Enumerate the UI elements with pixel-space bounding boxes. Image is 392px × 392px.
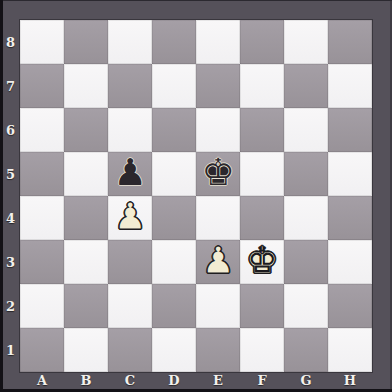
file-label-g: G	[284, 372, 328, 389]
square-h6[interactable]	[328, 108, 372, 152]
square-c1[interactable]	[108, 328, 152, 372]
white-king-f3[interactable]: ♚	[245, 239, 278, 283]
square-b4[interactable]	[64, 196, 108, 240]
square-e4[interactable]	[196, 196, 240, 240]
square-a1[interactable]	[20, 328, 64, 372]
square-c4[interactable]: ♟	[108, 196, 152, 240]
chess-diagram: ♟♚♟♟♚ 87654321 ABCDEFGH	[0, 0, 392, 392]
file-label-f: F	[240, 372, 284, 389]
square-f2[interactable]	[240, 284, 284, 328]
file-label-h: H	[328, 372, 372, 389]
rank-label-7: 7	[3, 64, 18, 108]
square-a8[interactable]	[20, 20, 64, 64]
square-g4[interactable]	[284, 196, 328, 240]
file-label-e: E	[196, 372, 240, 389]
square-g5[interactable]	[284, 152, 328, 196]
square-g2[interactable]	[284, 284, 328, 328]
square-h2[interactable]	[328, 284, 372, 328]
square-g1[interactable]	[284, 328, 328, 372]
black-pawn-c5[interactable]: ♟	[113, 151, 146, 195]
square-h4[interactable]	[328, 196, 372, 240]
square-e3[interactable]: ♟	[196, 240, 240, 284]
square-g3[interactable]	[284, 240, 328, 284]
square-a2[interactable]	[20, 284, 64, 328]
square-f7[interactable]	[240, 64, 284, 108]
chess-board: ♟♚♟♟♚	[20, 20, 372, 372]
square-f5[interactable]	[240, 152, 284, 196]
white-pawn-e3[interactable]: ♟	[201, 239, 234, 283]
square-g6[interactable]	[284, 108, 328, 152]
file-label-a: A	[20, 372, 64, 389]
square-f6[interactable]	[240, 108, 284, 152]
square-c8[interactable]	[108, 20, 152, 64]
square-d1[interactable]	[152, 328, 196, 372]
square-d5[interactable]	[152, 152, 196, 196]
square-h7[interactable]	[328, 64, 372, 108]
square-g8[interactable]	[284, 20, 328, 64]
rank-label-2: 2	[3, 284, 18, 328]
square-c2[interactable]	[108, 284, 152, 328]
square-h8[interactable]	[328, 20, 372, 64]
square-e1[interactable]	[196, 328, 240, 372]
square-a6[interactable]	[20, 108, 64, 152]
square-a5[interactable]	[20, 152, 64, 196]
square-e6[interactable]	[196, 108, 240, 152]
rank-label-4: 4	[3, 196, 18, 240]
square-d2[interactable]	[152, 284, 196, 328]
square-d3[interactable]	[152, 240, 196, 284]
white-pawn-c4[interactable]: ♟	[113, 195, 146, 239]
square-f8[interactable]	[240, 20, 284, 64]
square-b6[interactable]	[64, 108, 108, 152]
rank-label-6: 6	[3, 108, 18, 152]
square-e5[interactable]: ♚	[196, 152, 240, 196]
square-h5[interactable]	[328, 152, 372, 196]
square-f3[interactable]: ♚	[240, 240, 284, 284]
square-b8[interactable]	[64, 20, 108, 64]
rank-label-3: 3	[3, 240, 18, 284]
black-king-e5[interactable]: ♚	[201, 151, 234, 195]
square-b1[interactable]	[64, 328, 108, 372]
square-a4[interactable]	[20, 196, 64, 240]
square-b2[interactable]	[64, 284, 108, 328]
rank-label-5: 5	[3, 152, 18, 196]
square-d6[interactable]	[152, 108, 196, 152]
square-c5[interactable]: ♟	[108, 152, 152, 196]
square-h3[interactable]	[328, 240, 372, 284]
square-f1[interactable]	[240, 328, 284, 372]
square-e7[interactable]	[196, 64, 240, 108]
square-a3[interactable]	[20, 240, 64, 284]
square-d4[interactable]	[152, 196, 196, 240]
square-a7[interactable]	[20, 64, 64, 108]
file-label-c: C	[108, 372, 152, 389]
square-d8[interactable]	[152, 20, 196, 64]
square-c6[interactable]	[108, 108, 152, 152]
square-c7[interactable]	[108, 64, 152, 108]
square-b5[interactable]	[64, 152, 108, 196]
rank-label-8: 8	[3, 20, 18, 64]
square-f4[interactable]	[240, 196, 284, 240]
square-b3[interactable]	[64, 240, 108, 284]
file-label-d: D	[152, 372, 196, 389]
square-d7[interactable]	[152, 64, 196, 108]
rank-label-1: 1	[3, 328, 18, 372]
square-e2[interactable]	[196, 284, 240, 328]
square-c3[interactable]	[108, 240, 152, 284]
file-label-b: B	[64, 372, 108, 389]
square-e8[interactable]	[196, 20, 240, 64]
square-b7[interactable]	[64, 64, 108, 108]
square-h1[interactable]	[328, 328, 372, 372]
square-g7[interactable]	[284, 64, 328, 108]
